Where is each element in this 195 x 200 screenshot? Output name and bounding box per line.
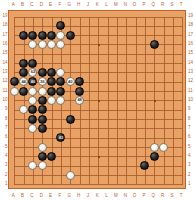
- black-stone-D4[interactable]: [38, 152, 47, 161]
- black-stone-F6[interactable]: 43: [56, 133, 65, 142]
- grid-line-col-O: [136, 17, 137, 186]
- coord-label-right-1: 1: [188, 181, 195, 186]
- coord-label-bottom-K: K: [93, 193, 101, 198]
- black-stone-Q16[interactable]: [150, 40, 159, 49]
- coord-label-left-17: 17: [1, 32, 8, 37]
- coord-label-top-S: S: [168, 2, 176, 7]
- grid-line-row-6: [14, 138, 183, 139]
- coord-label-right-6: 6: [188, 134, 195, 139]
- black-stone-H11[interactable]: [75, 87, 84, 96]
- coord-label-right-13: 13: [188, 69, 195, 74]
- coord-label-left-16: 16: [1, 41, 8, 46]
- black-stone-A12[interactable]: [10, 77, 19, 86]
- coord-label-top-J: J: [84, 2, 92, 7]
- coord-label-left-1: 1: [1, 181, 8, 186]
- grid-line-col-T: [182, 17, 183, 186]
- white-stone-F13[interactable]: [56, 68, 65, 77]
- move-number-B12: 44: [21, 80, 25, 84]
- black-stone-E12[interactable]: [47, 77, 56, 86]
- grid-line-col-R: [164, 17, 165, 186]
- coord-label-bottom-E: E: [47, 193, 55, 198]
- move-number-C13: 62: [31, 71, 35, 75]
- coord-label-top-H: H: [75, 2, 83, 7]
- coord-label-top-B: B: [19, 2, 27, 7]
- coord-label-top-Q: Q: [149, 2, 157, 7]
- black-stone-D17[interactable]: [38, 31, 47, 40]
- coord-label-left-2: 2: [1, 172, 8, 177]
- coord-label-left-10: 10: [1, 97, 8, 102]
- coord-label-bottom-H: H: [75, 193, 83, 198]
- coord-label-left-8: 8: [1, 116, 8, 121]
- move-number-D12: 36: [40, 80, 44, 84]
- grid-line-col-S: [173, 17, 174, 186]
- black-stone-F12[interactable]: [56, 77, 65, 86]
- coord-label-right-3: 3: [188, 162, 195, 167]
- white-stone-F16[interactable]: [56, 40, 65, 49]
- black-stone-C9[interactable]: [28, 105, 37, 114]
- coord-label-top-R: R: [159, 2, 167, 7]
- coord-label-bottom-B: B: [19, 193, 27, 198]
- coord-label-top-E: E: [47, 2, 55, 7]
- go-game-screenshot: 46436244364048 AABBCCDDEEFFGGHHJJKKLLMMN…: [0, 0, 195, 200]
- white-stone-D11[interactable]: [38, 87, 47, 96]
- coord-label-bottom-F: F: [56, 193, 64, 198]
- white-stone-D16[interactable]: [38, 40, 47, 49]
- grid-line-col-M: [117, 17, 118, 186]
- hoshi-K4: [98, 156, 100, 158]
- hoshi-Q10: [154, 100, 156, 102]
- black-stone-H12[interactable]: [75, 77, 84, 86]
- black-stone-D9[interactable]: [38, 105, 47, 114]
- coord-label-top-F: F: [56, 2, 64, 7]
- grid-line-row-2: [14, 175, 183, 176]
- coord-label-left-15: 15: [1, 50, 8, 55]
- coord-label-top-A: A: [9, 2, 17, 7]
- black-stone-C17[interactable]: [28, 31, 37, 40]
- coord-label-left-12: 12: [1, 78, 8, 83]
- white-stone-Q5[interactable]: [150, 143, 159, 152]
- coord-label-bottom-O: O: [131, 193, 139, 198]
- white-stone-E10[interactable]: [47, 96, 56, 105]
- coord-label-bottom-C: C: [28, 193, 36, 198]
- coord-label-top-O: O: [131, 2, 139, 7]
- grid-line-col-P: [145, 17, 146, 186]
- black-stone-D8[interactable]: [38, 115, 47, 124]
- hoshi-K16: [98, 44, 100, 46]
- black-stone-B13[interactable]: [19, 68, 28, 77]
- coord-label-right-8: 8: [188, 116, 195, 121]
- white-stone-C3[interactable]: [28, 161, 37, 170]
- coord-label-right-4: 4: [188, 153, 195, 158]
- black-stone-C8[interactable]: [28, 115, 37, 124]
- grid-line-col-L: [108, 17, 109, 186]
- black-stone-Q4[interactable]: [150, 152, 159, 161]
- black-stone-C14[interactable]: [28, 59, 37, 68]
- white-stone-E16[interactable]: [47, 40, 56, 49]
- coord-label-bottom-J: J: [84, 193, 92, 198]
- grid-line-row-1: [14, 184, 183, 185]
- white-stone-H10[interactable]: 48: [75, 96, 84, 105]
- black-stone-B17[interactable]: [19, 31, 28, 40]
- black-stone-D7[interactable]: [38, 124, 47, 133]
- white-stone-R5[interactable]: [159, 143, 168, 152]
- coord-label-right-14: 14: [188, 60, 195, 65]
- black-stone-B14[interactable]: [19, 59, 28, 68]
- coord-label-right-10: 10: [188, 97, 195, 102]
- coord-label-bottom-R: R: [159, 193, 167, 198]
- go-board[interactable]: 46436244364048: [8, 10, 186, 190]
- coord-label-left-5: 5: [1, 144, 8, 149]
- coord-label-left-7: 7: [1, 125, 8, 130]
- grid-line-col-N: [126, 17, 127, 186]
- coord-label-right-5: 5: [188, 144, 195, 149]
- coord-label-left-14: 14: [1, 60, 8, 65]
- coord-label-right-7: 7: [188, 125, 195, 130]
- coord-label-left-3: 3: [1, 162, 8, 167]
- coord-label-left-19: 19: [1, 13, 8, 18]
- white-stone-F17[interactable]: [56, 31, 65, 40]
- white-stone-C7[interactable]: [28, 124, 37, 133]
- move-number-F6: 43: [59, 136, 63, 140]
- black-stone-D10[interactable]: [38, 96, 47, 105]
- black-stone-E4[interactable]: [47, 152, 56, 161]
- black-stone-P3[interactable]: [140, 161, 149, 170]
- coord-label-right-19: 19: [188, 13, 195, 18]
- coord-label-right-9: 9: [188, 106, 195, 111]
- white-stone-A11[interactable]: [10, 87, 19, 96]
- black-stone-E17[interactable]: [47, 31, 56, 40]
- coord-label-top-K: K: [93, 2, 101, 7]
- white-stone-C10[interactable]: [28, 96, 37, 105]
- coord-label-left-13: 13: [1, 69, 8, 74]
- coord-label-bottom-L: L: [103, 193, 111, 198]
- coord-label-left-11: 11: [1, 88, 8, 93]
- black-stone-G8[interactable]: [66, 115, 75, 124]
- coord-label-right-11: 11: [188, 88, 195, 93]
- white-stone-D3[interactable]: [38, 161, 47, 170]
- white-stone-B9[interactable]: [19, 105, 28, 114]
- coord-label-right-17: 17: [188, 32, 195, 37]
- white-stone-C11[interactable]: [28, 87, 37, 96]
- black-stone-B11[interactable]: [19, 87, 28, 96]
- coord-label-bottom-A: A: [9, 193, 17, 198]
- black-stone-F18[interactable]: [56, 21, 65, 30]
- black-stone-D13[interactable]: [38, 68, 47, 77]
- coord-label-right-16: 16: [188, 41, 195, 46]
- coord-label-top-M: M: [112, 2, 120, 7]
- coord-label-right-2: 2: [188, 172, 195, 177]
- coord-label-right-18: 18: [188, 22, 195, 27]
- coord-label-bottom-Q: Q: [149, 193, 157, 198]
- coord-label-top-T: T: [177, 2, 185, 7]
- white-stone-G2[interactable]: [66, 171, 75, 180]
- move-number-C12: 46: [31, 80, 35, 84]
- coord-label-bottom-D: D: [37, 193, 45, 198]
- black-stone-E13[interactable]: [47, 68, 56, 77]
- black-stone-E11[interactable]: [47, 87, 56, 96]
- white-stone-C13[interactable]: 62: [28, 68, 37, 77]
- white-stone-D5[interactable]: [38, 143, 47, 152]
- white-stone-F10[interactable]: [56, 96, 65, 105]
- coord-label-bottom-M: M: [112, 193, 120, 198]
- coord-label-bottom-T: T: [177, 193, 185, 198]
- coord-label-right-15: 15: [188, 50, 195, 55]
- coord-label-bottom-N: N: [121, 193, 129, 198]
- black-stone-F11[interactable]: [56, 87, 65, 96]
- coord-label-left-18: 18: [1, 22, 8, 27]
- coord-label-top-N: N: [121, 2, 129, 7]
- coord-label-right-12: 12: [188, 78, 195, 83]
- coord-label-left-9: 9: [1, 106, 8, 111]
- white-stone-C16[interactable]: [28, 40, 37, 49]
- white-stone-D12[interactable]: 36: [38, 77, 47, 86]
- black-stone-G17[interactable]: [66, 31, 75, 40]
- white-stone-B12[interactable]: 44: [19, 77, 28, 86]
- white-stone-G12[interactable]: 40: [66, 77, 75, 86]
- coord-label-top-G: G: [65, 2, 73, 7]
- coord-label-bottom-P: P: [140, 193, 148, 198]
- coord-label-top-P: P: [140, 2, 148, 7]
- coord-label-top-L: L: [103, 2, 111, 7]
- hoshi-K10: [98, 100, 100, 102]
- move-number-G12: 40: [68, 80, 72, 84]
- coord-label-left-6: 6: [1, 134, 8, 139]
- black-stone-C12[interactable]: 46: [28, 77, 37, 86]
- coord-label-left-4: 4: [1, 153, 8, 158]
- coord-label-top-D: D: [37, 2, 45, 7]
- coord-label-top-C: C: [28, 2, 36, 7]
- coord-label-bottom-G: G: [65, 193, 73, 198]
- coord-label-bottom-S: S: [168, 193, 176, 198]
- move-number-H10: 48: [77, 99, 81, 103]
